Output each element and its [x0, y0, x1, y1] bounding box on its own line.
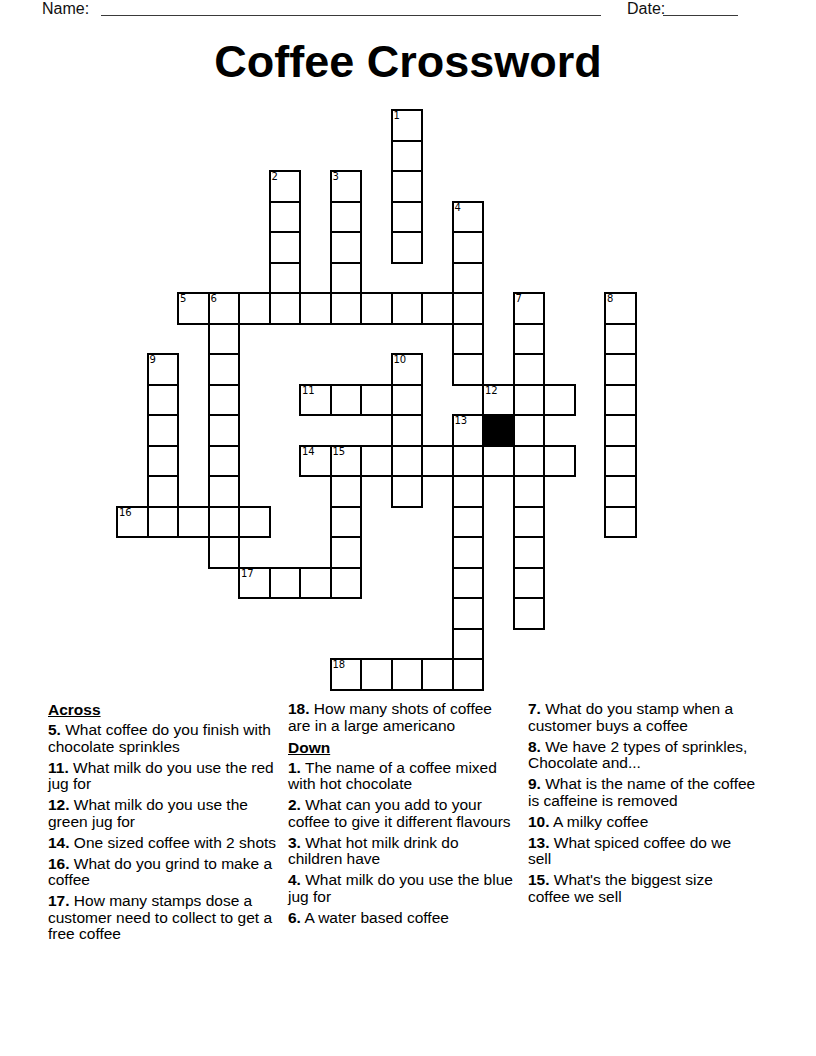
grid-cell[interactable]	[514, 324, 545, 355]
clue-down-9: 9. What is the name of the coffee is caf…	[528, 776, 757, 809]
grid-cell[interactable]: 4	[453, 202, 484, 233]
grid-cell[interactable]: 3	[331, 171, 362, 202]
grid-cell[interactable]	[300, 568, 331, 599]
clue-number: 18	[333, 659, 346, 670]
clue-number: 9	[150, 354, 156, 365]
grid-cell[interactable]	[270, 568, 301, 599]
grid-cell[interactable]	[392, 232, 423, 263]
grid-cell[interactable]	[514, 507, 545, 538]
grid-cell[interactable]	[148, 476, 179, 507]
grid-cell[interactable]	[514, 598, 545, 629]
grid-cell[interactable]: 15	[331, 446, 362, 477]
clue-down-6: 6. A water based coffee	[288, 910, 517, 927]
grid-cell[interactable]	[209, 507, 240, 538]
grid-cell[interactable]	[605, 476, 636, 507]
grid-cell[interactable]	[453, 507, 484, 538]
grid-cell[interactable]	[422, 446, 453, 477]
grid-cell[interactable]	[392, 202, 423, 233]
grid-cell[interactable]	[453, 263, 484, 294]
clue-across-5: 5. What coffee do you finish with chocol…	[48, 722, 277, 755]
blocked-cell	[483, 415, 514, 446]
clue-down-4: 4. What milk do you use the blue jug for	[288, 872, 517, 905]
grid-cell[interactable]: 10	[392, 354, 423, 385]
clue-number: 16	[119, 507, 132, 518]
grid-cell[interactable]	[453, 629, 484, 660]
grid-cell[interactable]	[392, 415, 423, 446]
grid-cell[interactable]	[361, 446, 392, 477]
grid-cell[interactable]	[361, 293, 392, 324]
name-label: Name:	[42, 0, 89, 18]
grid-cell[interactable]	[605, 354, 636, 385]
grid-cell[interactable]	[453, 324, 484, 355]
clue-number: 4	[455, 202, 461, 213]
clue-down-2: 2. What can you add to your coffee to gi…	[288, 797, 517, 830]
grid-cell[interactable]: 9	[148, 354, 179, 385]
clue-across-14: 14. One sized coffee with 2 shots	[48, 835, 277, 852]
grid-cell[interactable]	[392, 385, 423, 416]
clues-across-heading: Across	[48, 701, 277, 718]
clue-down-1: 1. The name of a coffee mixed with hot c…	[288, 760, 517, 793]
grid-cell[interactable]	[453, 598, 484, 629]
clue-down-8: 8. We have 2 types of sprinkles, Chocola…	[528, 739, 757, 772]
clue-number: 12	[485, 385, 498, 396]
grid-cell[interactable]: 1	[392, 110, 423, 141]
grid-cell[interactable]	[514, 476, 545, 507]
grid-cell[interactable]	[422, 659, 453, 690]
clue-number: 8	[607, 293, 613, 304]
grid-cell[interactable]	[331, 507, 362, 538]
grid-cell[interactable]	[392, 446, 423, 477]
grid-cell[interactable]	[544, 446, 575, 477]
grid-cell[interactable]	[270, 202, 301, 233]
grid-cell[interactable]	[331, 476, 362, 507]
grid-cell[interactable]	[331, 202, 362, 233]
grid-cell[interactable]	[331, 263, 362, 294]
grid-cell[interactable]	[514, 568, 545, 599]
grid-cell[interactable]	[544, 385, 575, 416]
clue-across-17: 17. How many stamps dose a customer need…	[48, 893, 277, 943]
grid-cell[interactable]	[392, 293, 423, 324]
grid-cell[interactable]	[209, 385, 240, 416]
grid-cell[interactable]	[361, 385, 392, 416]
clues-column-1: Across5. What coffee do you finish with …	[48, 701, 277, 947]
grid-cell[interactable]: 8	[605, 293, 636, 324]
grid-cell[interactable]	[453, 293, 484, 324]
grid-cell[interactable]	[453, 537, 484, 568]
grid-cell[interactable]	[392, 476, 423, 507]
grid-cell[interactable]	[209, 415, 240, 446]
clue-number: 5	[180, 293, 186, 304]
grid-cell[interactable]	[514, 537, 545, 568]
grid-cell[interactable]	[453, 476, 484, 507]
clue-number: 13	[455, 415, 468, 426]
clue-down-15: 15. What's the biggest size coffee we se…	[528, 872, 757, 905]
grid-cell[interactable]	[148, 507, 179, 538]
grid-cell[interactable]	[300, 293, 331, 324]
grid-cell[interactable]	[605, 446, 636, 477]
grid-cell[interactable]	[605, 324, 636, 355]
grid-cell[interactable]	[270, 263, 301, 294]
grid-cell[interactable]	[605, 415, 636, 446]
grid-cell[interactable]	[148, 415, 179, 446]
grid-cell[interactable]: 17	[239, 568, 270, 599]
grid-cell[interactable]	[270, 232, 301, 263]
clue-number: 11	[302, 385, 315, 396]
clue-number: 14	[302, 446, 315, 457]
grid-cell[interactable]	[453, 568, 484, 599]
clue-number: 1	[394, 110, 400, 121]
clue-across-11: 11. What milk do you use the red jug for	[48, 760, 277, 793]
grid-cell[interactable]	[209, 446, 240, 477]
grid-cell[interactable]	[605, 385, 636, 416]
clue-across-16: 16. What do you grind to make a coffee	[48, 856, 277, 889]
grid-cell[interactable]	[270, 293, 301, 324]
grid-cell[interactable]	[514, 415, 545, 446]
grid-cell[interactable]	[209, 537, 240, 568]
grid-cell[interactable]	[422, 293, 453, 324]
grid-cell[interactable]	[178, 507, 209, 538]
page-title: Coffee Crossword	[0, 34, 816, 90]
crossword-grid: 123456789101112131415161718	[117, 110, 636, 690]
grid-cell[interactable]: 18	[331, 659, 362, 690]
grid-cell[interactable]	[483, 446, 514, 477]
grid-cell[interactable]	[239, 507, 270, 538]
clue-down-10: 10. A milky coffee	[528, 814, 757, 831]
grid-cell[interactable]: 11	[300, 385, 331, 416]
clue-down-13: 13. What spiced coffee do we sell	[528, 835, 757, 868]
grid-cell[interactable]	[514, 446, 545, 477]
grid-cell[interactable]	[331, 232, 362, 263]
grid-cell[interactable]	[361, 659, 392, 690]
grid-cell[interactable]: 12	[483, 385, 514, 416]
grid-cell[interactable]: 13	[453, 415, 484, 446]
grid-cell[interactable]	[392, 171, 423, 202]
clues-column-2: 18. How many shots of coffee are in a la…	[288, 701, 517, 931]
grid-cell[interactable]	[331, 293, 362, 324]
grid-cell[interactable]	[148, 446, 179, 477]
clue-across-18: 18. How many shots of coffee are in a la…	[288, 701, 517, 734]
grid-cell[interactable]	[392, 141, 423, 172]
grid-cell[interactable]: 6	[209, 293, 240, 324]
grid-cell[interactable]	[331, 537, 362, 568]
grid-cell[interactable]	[453, 232, 484, 263]
clue-across-12: 12. What milk do you use the green jug f…	[48, 797, 277, 830]
grid-cell[interactable]	[453, 354, 484, 385]
clue-number: 2	[272, 171, 278, 182]
date-input-line[interactable]	[663, 1, 738, 16]
clue-number: 7	[516, 293, 522, 304]
grid-cell[interactable]	[514, 385, 545, 416]
clue-number: 3	[333, 171, 339, 182]
grid-cell[interactable]	[209, 354, 240, 385]
date-label: Date:	[627, 0, 665, 18]
clues-column-3: 7. What do you stamp when a customer buy…	[528, 701, 757, 910]
clue-number: 15	[333, 446, 346, 457]
grid-cell[interactable]: 16	[117, 507, 148, 538]
grid-cell[interactable]: 2	[270, 171, 301, 202]
grid-cell[interactable]	[453, 659, 484, 690]
grid-cell[interactable]	[605, 507, 636, 538]
name-input-line[interactable]	[101, 1, 601, 16]
grid-cell[interactable]: 5	[178, 293, 209, 324]
worksheet-page: Name: Date: Coffee Crossword 12345678910…	[0, 0, 816, 1056]
grid-cell[interactable]: 7	[514, 293, 545, 324]
grid-cell[interactable]	[209, 476, 240, 507]
clue-number: 10	[394, 354, 407, 365]
grid-cell[interactable]	[239, 293, 270, 324]
grid-cell[interactable]	[392, 659, 423, 690]
clue-down-3: 3. What hot milk drink do children have	[288, 835, 517, 868]
clues-down-heading: Down	[288, 739, 517, 756]
grid-cell[interactable]	[514, 354, 545, 385]
clue-number: 17	[241, 568, 254, 579]
clue-number: 6	[211, 293, 217, 304]
grid-cell[interactable]	[331, 568, 362, 599]
grid-cell[interactable]	[148, 385, 179, 416]
clue-down-7: 7. What do you stamp when a customer buy…	[528, 701, 757, 734]
grid-cell[interactable]	[331, 385, 362, 416]
grid-cell[interactable]	[209, 324, 240, 355]
grid-cell[interactable]	[453, 446, 484, 477]
grid-cell[interactable]: 14	[300, 446, 331, 477]
